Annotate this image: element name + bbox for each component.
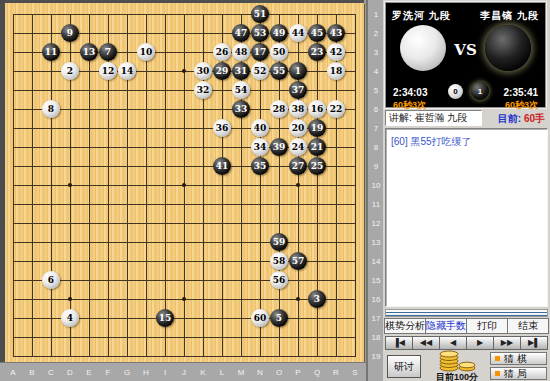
column-label: K [196, 368, 210, 377]
stone: 51 [251, 5, 269, 23]
stone: 12 [99, 62, 117, 80]
stone: 8 [42, 100, 60, 118]
row-label: 14 [369, 257, 383, 266]
stone: 57 [289, 252, 307, 270]
stone: 40 [251, 119, 269, 137]
column-label: O [272, 368, 286, 377]
column-label: E [82, 368, 96, 377]
column-label: R [329, 368, 343, 377]
row-label: 3 [369, 48, 383, 57]
current-move-value: 60手 [524, 113, 545, 124]
column-label: I [158, 368, 172, 377]
row-label: 15 [369, 276, 383, 285]
stone: 11 [42, 43, 60, 61]
star-point [182, 69, 186, 73]
stone: 18 [327, 62, 345, 80]
orange-bullet-icon [495, 356, 500, 361]
stone: 33 [232, 100, 250, 118]
stone: 47 [232, 24, 250, 42]
row-label: 2 [369, 29, 383, 38]
column-label: M [234, 368, 248, 377]
black-clock: 2:35:41 [504, 87, 538, 98]
grid-line [13, 356, 356, 357]
stone: 15 [156, 309, 174, 327]
stone: 43 [327, 24, 345, 42]
stone: 48 [232, 43, 250, 61]
orange-bullet-icon [495, 371, 500, 376]
stone: 21 [308, 138, 326, 156]
star-point [296, 183, 300, 187]
row-label: 4 [369, 67, 383, 76]
nav-first-button[interactable]: ▐◀ [385, 336, 413, 350]
stone: 58 [270, 252, 288, 270]
black-player-name: 李昌镐 九段 [480, 9, 539, 23]
current-move-label: 目前: [498, 113, 521, 124]
toolbar-button[interactable]: 打印 [467, 318, 508, 334]
stone: 49 [270, 24, 288, 42]
stone: 17 [251, 43, 269, 61]
row-label: 19 [369, 352, 383, 361]
horizontal-scrollbar[interactable] [385, 309, 548, 317]
row-label: 10 [369, 181, 383, 190]
stone: 16 [308, 100, 326, 118]
stone: 37 [289, 81, 307, 99]
column-label: S [348, 368, 362, 377]
commentary-chat-box[interactable]: [60] 黑55打吃缓了 [385, 128, 548, 307]
row-labels-strip: 12345678910111213141516171819 [366, 0, 383, 381]
stone: 31 [232, 62, 250, 80]
row-label: 17 [369, 314, 383, 323]
stone: 32 [194, 81, 212, 99]
column-label: N [253, 368, 267, 377]
stone: 4 [61, 309, 79, 327]
side-panel: 罗洗河 九段 李昌镐 九段 VS 0 1 2:34:03 2:35:41 60秒… [383, 0, 550, 381]
white-captures-counter: 0 [448, 84, 463, 99]
stone: 29 [213, 62, 231, 80]
current-move-indicator: 目前: 60手 [498, 112, 545, 126]
star-point [68, 183, 72, 187]
star-point [296, 297, 300, 301]
stone: 20 [289, 119, 307, 137]
stone: 45 [308, 24, 326, 42]
stone: 35 [251, 157, 269, 175]
column-label: C [44, 368, 58, 377]
grid-line [355, 14, 356, 357]
row-label: 9 [369, 162, 383, 171]
stone: 56 [270, 271, 288, 289]
stone: 9 [61, 24, 79, 42]
stone: 22 [327, 100, 345, 118]
stone: 25 [308, 157, 326, 175]
grid-line [13, 337, 356, 338]
move-navigation-bar: ▐◀◀◀◀▶▶▶▶▌ [385, 336, 548, 350]
white-clock: 2:34:03 [393, 87, 427, 98]
stone: 30 [194, 62, 212, 80]
grid-line [13, 223, 356, 224]
stone: 28 [270, 100, 288, 118]
nav-back-button[interactable]: ◀ [440, 336, 467, 350]
toolbar: 棋势分析隐藏手数打印结束 [384, 318, 549, 334]
column-label: J [177, 368, 191, 377]
stone: 2 [61, 62, 79, 80]
star-point [68, 297, 72, 301]
black-stone-image [485, 25, 531, 71]
stone: 3 [308, 290, 326, 308]
row-label: 11 [369, 200, 383, 209]
player-info-box: 罗洗河 九段 李昌镐 九段 VS 0 1 2:34:03 2:35:41 60秒… [385, 2, 546, 108]
nav-last-button[interactable]: ▶▌ [521, 336, 548, 350]
guess-game-label: 猜局 [504, 368, 530, 379]
stone: 59 [270, 233, 288, 251]
toolbar-button[interactable]: 棋势分析 [384, 318, 426, 334]
guess-move-button[interactable]: 猜棋 [490, 352, 547, 365]
goban[interactable]: 1234567891011121314151617181920212223242… [5, 3, 364, 362]
coins-icon [436, 350, 478, 372]
grid-line [13, 242, 356, 243]
column-label: P [291, 368, 305, 377]
stone: 26 [213, 43, 231, 61]
commentary-message: [60] 黑55打吃缓了 [386, 129, 547, 155]
grid-line [13, 280, 356, 281]
row-label: 6 [369, 105, 383, 114]
stone: 55 [270, 62, 288, 80]
stone: 5 [270, 309, 288, 327]
toolbar-button[interactable]: 隐藏手数 [426, 318, 467, 334]
discuss-button[interactable]: 研讨 [387, 355, 421, 378]
stone: 39 [270, 138, 288, 156]
row-label: 7 [369, 124, 383, 133]
stone: 10 [137, 43, 155, 61]
stone: 52 [251, 62, 269, 80]
stone: 41 [213, 157, 231, 175]
stone: 24 [289, 138, 307, 156]
column-label: Q [310, 368, 324, 377]
column-label: D [63, 368, 77, 377]
row-label: 18 [369, 333, 383, 342]
white-stone-image [400, 25, 446, 71]
row-label: 8 [369, 143, 383, 152]
stone: 42 [327, 43, 345, 61]
guess-move-label: 猜棋 [504, 353, 530, 364]
points-label: 目前100分 [425, 371, 489, 381]
nav-forward-button[interactable]: ▶ [467, 336, 494, 350]
white-player-name: 罗洗河 九段 [392, 9, 451, 23]
grid-line [13, 204, 356, 205]
stone: 27 [289, 157, 307, 175]
stone: 34 [251, 138, 269, 156]
commentator-field[interactable]: 讲解: 崔哲瀚 九段 [385, 110, 482, 126]
stone: 13 [80, 43, 98, 61]
row-label: 5 [369, 86, 383, 95]
stone: 54 [232, 81, 250, 99]
commentary-row: 讲解: 崔哲瀚 九段 目前: 60手 [383, 110, 550, 128]
toolbar-button[interactable]: 结束 [508, 318, 549, 334]
stone: 60 [251, 309, 269, 327]
stone: 44 [289, 24, 307, 42]
stone: 7 [99, 43, 117, 61]
star-point [182, 297, 186, 301]
column-label: G [120, 368, 134, 377]
row-label: 13 [369, 238, 383, 247]
guess-game-button[interactable]: 猜局 [490, 367, 547, 380]
row-label: 12 [369, 219, 383, 228]
column-label: F [101, 368, 115, 377]
row-label: 1 [369, 10, 383, 19]
column-labels-strip: ABCDEFGHIJKLMNOPQRS [0, 362, 366, 381]
board-area: 1234567891011121314151617181920212223242… [0, 0, 383, 381]
column-label: A [6, 368, 20, 377]
nav-fast-back-button[interactable]: ◀◀ [413, 336, 440, 350]
row-label: 16 [369, 295, 383, 304]
stone: 23 [308, 43, 326, 61]
column-label: H [139, 368, 153, 377]
stone: 6 [42, 271, 60, 289]
column-label: L [215, 368, 229, 377]
stone: 1 [289, 62, 307, 80]
stone: 19 [308, 119, 326, 137]
column-label: B [25, 368, 39, 377]
star-point [182, 183, 186, 187]
nav-fast-forward-button[interactable]: ▶▶ [494, 336, 521, 350]
stone: 36 [213, 119, 231, 137]
stone: 38 [289, 100, 307, 118]
stone: 14 [118, 62, 136, 80]
black-captures-counter: 1 [471, 82, 489, 100]
vs-label: VS [454, 41, 476, 59]
stone: 53 [251, 24, 269, 42]
stone: 50 [270, 43, 288, 61]
